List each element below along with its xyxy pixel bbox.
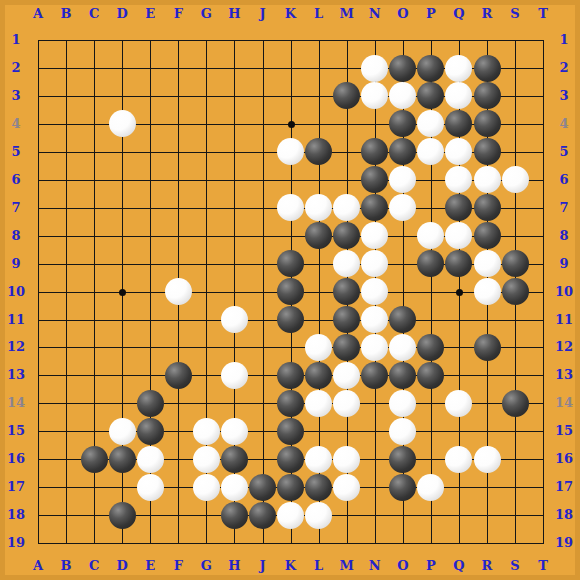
stone-black-S10 — [502, 278, 529, 305]
row-label-right-12: 12 — [549, 340, 579, 354]
grid-vline-J — [263, 40, 264, 544]
stone-white-P8 — [417, 222, 444, 249]
col-label-bottom-B: B — [57, 559, 75, 573]
stone-white-G17 — [193, 474, 220, 501]
go-board-frame: AABBCCDDEEFFGGHHJJKKLLMMNNOOPPQQRRSSTT11… — [0, 0, 580, 580]
stone-white-H17 — [221, 474, 248, 501]
stone-white-Q5 — [445, 138, 472, 165]
stone-white-R6 — [474, 166, 501, 193]
col-label-top-J: J — [254, 7, 272, 21]
row-label-left-18: 18 — [1, 508, 31, 522]
col-label-top-K: K — [282, 7, 300, 21]
stone-black-Q7 — [445, 194, 472, 221]
stone-white-P17 — [417, 474, 444, 501]
stone-white-M7 — [333, 194, 360, 221]
col-label-top-M: M — [338, 7, 356, 21]
row-label-right-17: 17 — [549, 480, 579, 494]
row-label-right-5: 5 — [549, 145, 579, 159]
row-label-left-4: 4 — [1, 117, 31, 131]
row-label-right-14: 14 — [549, 396, 579, 410]
col-label-bottom-R: R — [478, 559, 496, 573]
stone-black-H18 — [221, 502, 248, 529]
row-label-left-16: 16 — [1, 452, 31, 466]
row-label-right-4: 4 — [549, 117, 579, 131]
row-label-left-15: 15 — [1, 424, 31, 438]
stone-white-Q2 — [445, 55, 472, 82]
col-label-top-F: F — [169, 7, 187, 21]
stone-black-F13 — [165, 362, 192, 389]
stone-white-N9 — [361, 250, 388, 277]
stone-black-M10 — [333, 278, 360, 305]
stone-black-K11 — [277, 306, 304, 333]
row-label-right-1: 1 — [549, 33, 579, 47]
stone-white-N11 — [361, 306, 388, 333]
col-label-bottom-S: S — [506, 559, 524, 573]
stone-black-J18 — [249, 502, 276, 529]
col-label-bottom-A: A — [29, 559, 47, 573]
stone-black-Q4 — [445, 110, 472, 137]
row-label-left-7: 7 — [1, 201, 31, 215]
stone-white-G15 — [193, 418, 220, 445]
stone-white-L7 — [305, 194, 332, 221]
stone-white-E16 — [137, 446, 164, 473]
col-label-bottom-D: D — [113, 559, 131, 573]
stone-black-P13 — [417, 362, 444, 389]
stone-white-O12 — [389, 334, 416, 361]
stone-white-H11 — [221, 306, 248, 333]
col-label-top-L: L — [310, 7, 328, 21]
row-label-left-5: 5 — [1, 145, 31, 159]
stone-white-E17 — [137, 474, 164, 501]
stone-black-O17 — [389, 474, 416, 501]
stone-black-M8 — [333, 222, 360, 249]
col-label-top-A: A — [29, 7, 47, 21]
stone-black-H16 — [221, 446, 248, 473]
stone-white-Q8 — [445, 222, 472, 249]
row-label-left-8: 8 — [1, 229, 31, 243]
stone-black-O4 — [389, 110, 416, 137]
stone-black-O13 — [389, 362, 416, 389]
stone-black-L8 — [305, 222, 332, 249]
star-point-Q10 — [456, 289, 463, 296]
row-label-left-9: 9 — [1, 257, 31, 271]
stone-black-K15 — [277, 418, 304, 445]
stone-white-L14 — [305, 390, 332, 417]
row-label-right-15: 15 — [549, 424, 579, 438]
row-label-left-2: 2 — [1, 61, 31, 75]
row-label-left-10: 10 — [1, 285, 31, 299]
row-label-left-14: 14 — [1, 396, 31, 410]
stone-black-N13 — [361, 362, 388, 389]
stone-white-R9 — [474, 250, 501, 277]
row-label-right-11: 11 — [549, 313, 579, 327]
stone-black-K13 — [277, 362, 304, 389]
stone-white-S6 — [502, 166, 529, 193]
row-label-left-17: 17 — [1, 480, 31, 494]
col-label-top-T: T — [534, 7, 552, 21]
stone-black-K16 — [277, 446, 304, 473]
stone-black-P9 — [417, 250, 444, 277]
stone-black-N6 — [361, 166, 388, 193]
star-point-D10 — [119, 289, 126, 296]
row-label-right-7: 7 — [549, 201, 579, 215]
stone-white-M9 — [333, 250, 360, 277]
stone-white-H13 — [221, 362, 248, 389]
stone-white-L18 — [305, 502, 332, 529]
col-label-top-B: B — [57, 7, 75, 21]
stone-black-J17 — [249, 474, 276, 501]
stone-black-R4 — [474, 110, 501, 137]
stone-white-N10 — [361, 278, 388, 305]
stone-black-O11 — [389, 306, 416, 333]
stone-black-R8 — [474, 222, 501, 249]
col-label-bottom-K: K — [282, 559, 300, 573]
row-label-right-13: 13 — [549, 368, 579, 382]
col-label-top-P: P — [422, 7, 440, 21]
col-label-bottom-G: G — [197, 559, 215, 573]
col-label-top-H: H — [225, 7, 243, 21]
grid-vline-B — [66, 40, 67, 544]
col-label-top-D: D — [113, 7, 131, 21]
col-label-top-G: G — [197, 7, 215, 21]
stone-white-G16 — [193, 446, 220, 473]
stone-white-P5 — [417, 138, 444, 165]
stone-black-M12 — [333, 334, 360, 361]
stone-white-K5 — [277, 138, 304, 165]
row-label-left-3: 3 — [1, 89, 31, 103]
grid-vline-T — [543, 40, 544, 544]
stone-black-K9 — [277, 250, 304, 277]
col-label-top-Q: Q — [450, 7, 468, 21]
row-label-right-2: 2 — [549, 61, 579, 75]
col-label-top-O: O — [394, 7, 412, 21]
row-label-left-6: 6 — [1, 173, 31, 187]
stone-white-M14 — [333, 390, 360, 417]
col-label-bottom-E: E — [141, 559, 159, 573]
col-label-bottom-N: N — [366, 559, 384, 573]
row-label-left-13: 13 — [1, 368, 31, 382]
stone-black-E15 — [137, 418, 164, 445]
stone-white-M16 — [333, 446, 360, 473]
stone-white-O6 — [389, 166, 416, 193]
stone-white-L16 — [305, 446, 332, 473]
stone-black-S9 — [502, 250, 529, 277]
col-label-bottom-F: F — [169, 559, 187, 573]
stone-black-L17 — [305, 474, 332, 501]
stone-white-O3 — [389, 82, 416, 109]
col-label-bottom-M: M — [338, 559, 356, 573]
stone-white-N3 — [361, 82, 388, 109]
row-label-right-18: 18 — [549, 508, 579, 522]
col-label-bottom-L: L — [310, 559, 328, 573]
col-label-top-R: R — [478, 7, 496, 21]
stone-black-N5 — [361, 138, 388, 165]
stone-black-O5 — [389, 138, 416, 165]
stone-black-R3 — [474, 82, 501, 109]
star-point-K4 — [288, 121, 295, 128]
row-label-right-9: 9 — [549, 257, 579, 271]
stone-black-O2 — [389, 55, 416, 82]
col-label-bottom-T: T — [534, 559, 552, 573]
stone-black-P2 — [417, 55, 444, 82]
row-label-left-1: 1 — [1, 33, 31, 47]
row-label-right-10: 10 — [549, 285, 579, 299]
row-label-right-3: 3 — [549, 89, 579, 103]
stone-white-K7 — [277, 194, 304, 221]
grid-vline-A — [38, 40, 39, 544]
col-label-top-N: N — [366, 7, 384, 21]
row-label-right-16: 16 — [549, 452, 579, 466]
stone-black-Q9 — [445, 250, 472, 277]
stone-white-Q16 — [445, 446, 472, 473]
stone-white-D4 — [109, 110, 136, 137]
stone-white-F10 — [165, 278, 192, 305]
stone-black-L5 — [305, 138, 332, 165]
stone-white-Q14 — [445, 390, 472, 417]
stone-black-R5 — [474, 138, 501, 165]
col-label-top-C: C — [85, 7, 103, 21]
stone-white-K18 — [277, 502, 304, 529]
stone-white-Q6 — [445, 166, 472, 193]
row-label-right-6: 6 — [549, 173, 579, 187]
stone-white-D15 — [109, 418, 136, 445]
go-board[interactable]: AABBCCDDEEFFGGHHJJKKLLMMNNOOPPQQRRSSTT11… — [0, 0, 580, 580]
stone-black-P3 — [417, 82, 444, 109]
stone-white-M13 — [333, 362, 360, 389]
stone-white-H15 — [221, 418, 248, 445]
row-label-right-8: 8 — [549, 229, 579, 243]
row-label-left-19: 19 — [1, 536, 31, 550]
stone-black-D18 — [109, 502, 136, 529]
col-label-bottom-J: J — [254, 559, 272, 573]
stone-black-R7 — [474, 194, 501, 221]
stone-black-D16 — [109, 446, 136, 473]
stone-black-N7 — [361, 194, 388, 221]
stone-white-O15 — [389, 418, 416, 445]
stone-black-S14 — [502, 390, 529, 417]
stone-black-L13 — [305, 362, 332, 389]
col-label-bottom-C: C — [85, 559, 103, 573]
stone-black-K14 — [277, 390, 304, 417]
col-label-top-E: E — [141, 7, 159, 21]
stone-black-P12 — [417, 334, 444, 361]
stone-black-E14 — [137, 390, 164, 417]
stone-white-M17 — [333, 474, 360, 501]
stone-black-K10 — [277, 278, 304, 305]
stone-white-O7 — [389, 194, 416, 221]
stone-black-M3 — [333, 82, 360, 109]
stone-white-N12 — [361, 334, 388, 361]
stone-black-R12 — [474, 334, 501, 361]
row-label-right-19: 19 — [549, 536, 579, 550]
col-label-bottom-H: H — [225, 559, 243, 573]
stone-white-P4 — [417, 110, 444, 137]
stone-white-N8 — [361, 222, 388, 249]
row-label-left-11: 11 — [1, 313, 31, 327]
stone-black-C16 — [81, 446, 108, 473]
col-label-bottom-Q: Q — [450, 559, 468, 573]
stone-white-Q3 — [445, 82, 472, 109]
col-label-top-S: S — [506, 7, 524, 21]
stone-white-R10 — [474, 278, 501, 305]
col-label-bottom-P: P — [422, 559, 440, 573]
stone-white-O14 — [389, 390, 416, 417]
col-label-bottom-O: O — [394, 559, 412, 573]
row-label-left-12: 12 — [1, 340, 31, 354]
stone-black-R2 — [474, 55, 501, 82]
stone-black-K17 — [277, 474, 304, 501]
stone-white-R16 — [474, 446, 501, 473]
stone-black-O16 — [389, 446, 416, 473]
stone-white-L12 — [305, 334, 332, 361]
stone-white-N2 — [361, 55, 388, 82]
stone-black-M11 — [333, 306, 360, 333]
